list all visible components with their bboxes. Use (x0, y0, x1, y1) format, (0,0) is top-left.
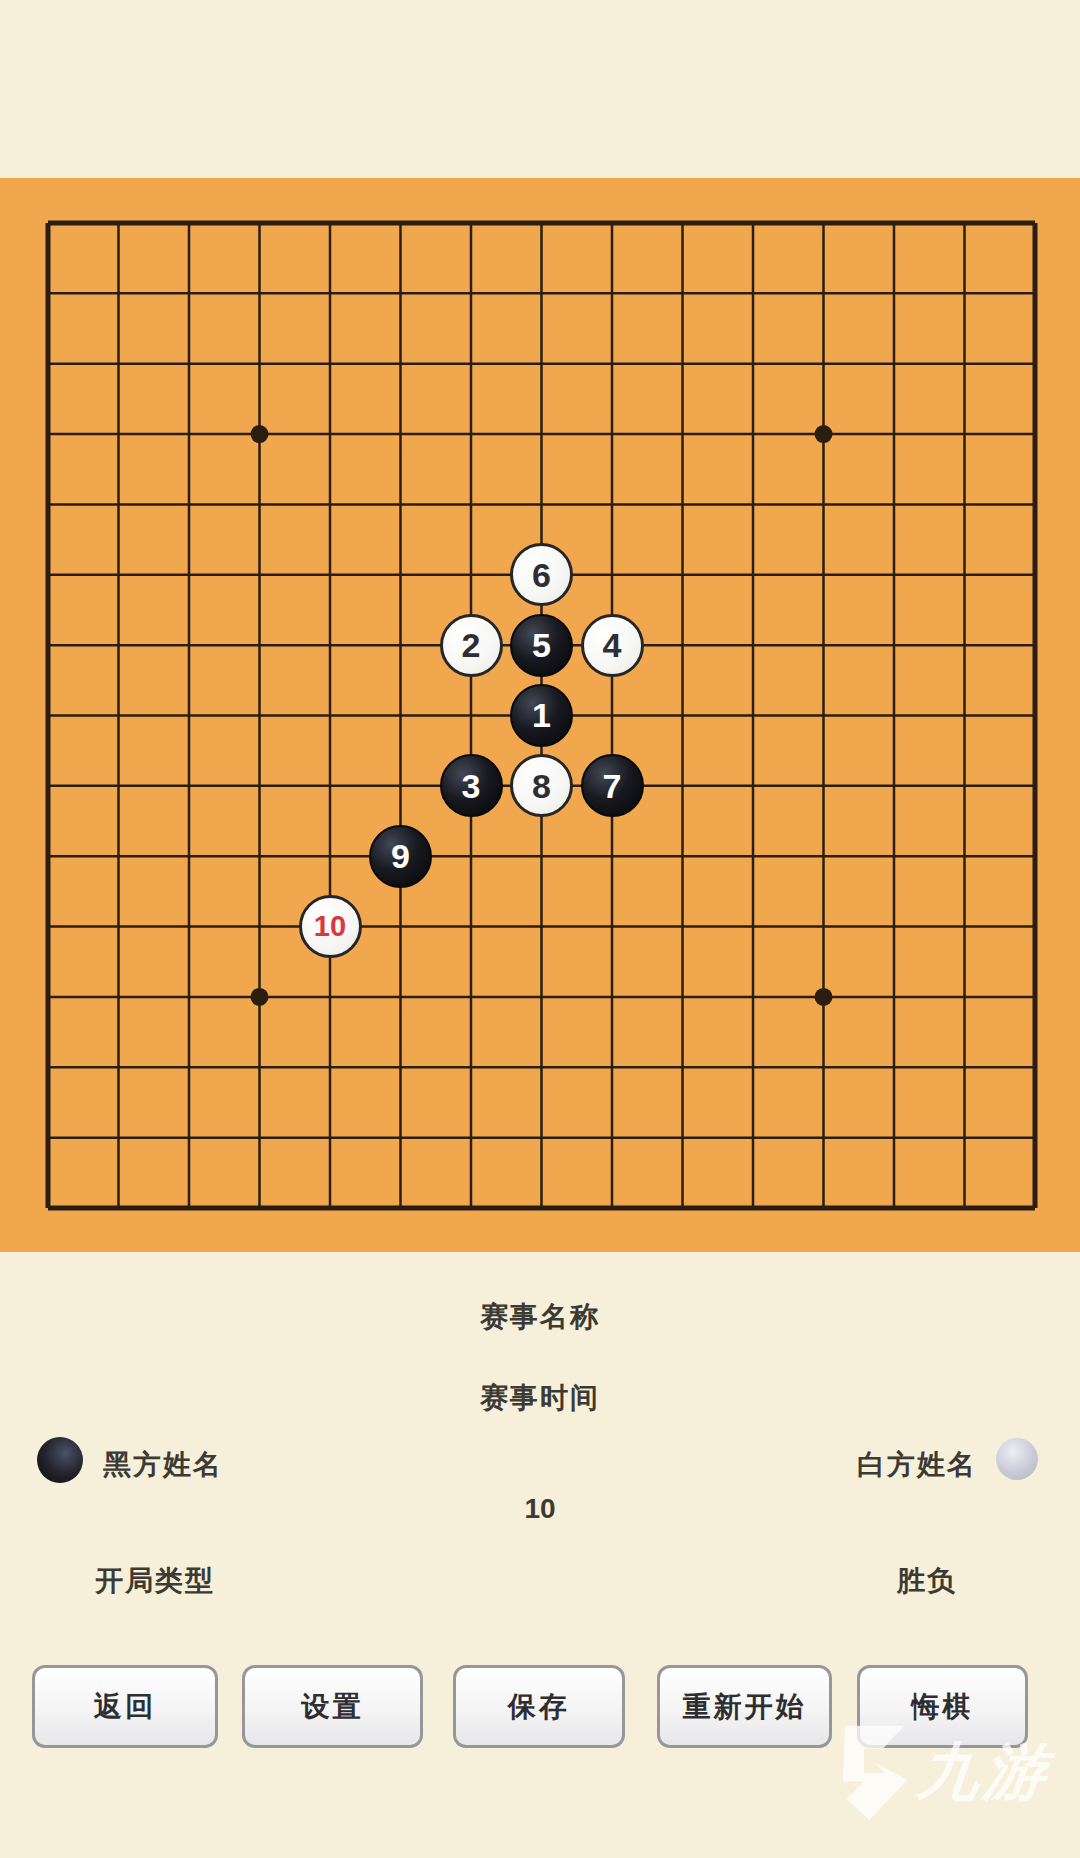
event-name-label: 赛事名称 (0, 1298, 1080, 1336)
black-player-stone-icon (37, 1437, 83, 1483)
stone-3: 3 (440, 754, 503, 817)
gomoku-board[interactable]: 12345678910 (13, 188, 1071, 1243)
stone-2: 2 (440, 614, 503, 677)
stone-5: 5 (510, 614, 573, 677)
black-player-name-label: 黑方姓名 (103, 1446, 223, 1484)
stone-1: 1 (510, 684, 573, 747)
white-player-stone-icon (996, 1438, 1038, 1480)
gomoku-app-screen: 12345678910 赛事名称 赛事时间 黑方姓名 白方姓名 10 开局类型 … (0, 0, 1080, 1858)
watermark-text: 九游 (915, 1741, 1054, 1803)
white-player-name-label: 白方姓名 (857, 1446, 977, 1484)
settings-button[interactable]: 设置 (242, 1665, 423, 1748)
result-label: 胜负 (897, 1562, 957, 1600)
stone-9: 9 (369, 825, 432, 888)
stone-6: 6 (510, 543, 573, 606)
save-button[interactable]: 保存 (453, 1665, 625, 1748)
board-panel: 12345678910 (0, 178, 1080, 1252)
back-button[interactable]: 返回 (32, 1665, 218, 1748)
opening-type-label: 开局类型 (95, 1562, 215, 1600)
stone-8: 8 (510, 754, 573, 817)
restart-button[interactable]: 重新开始 (657, 1665, 832, 1748)
stone-10: 10 (299, 895, 362, 958)
event-time-label: 赛事时间 (0, 1379, 1080, 1417)
move-counter: 10 (0, 1493, 1080, 1525)
undo-button[interactable]: 悔棋 (857, 1665, 1028, 1748)
stone-7: 7 (581, 754, 644, 817)
stone-4: 4 (581, 614, 644, 677)
